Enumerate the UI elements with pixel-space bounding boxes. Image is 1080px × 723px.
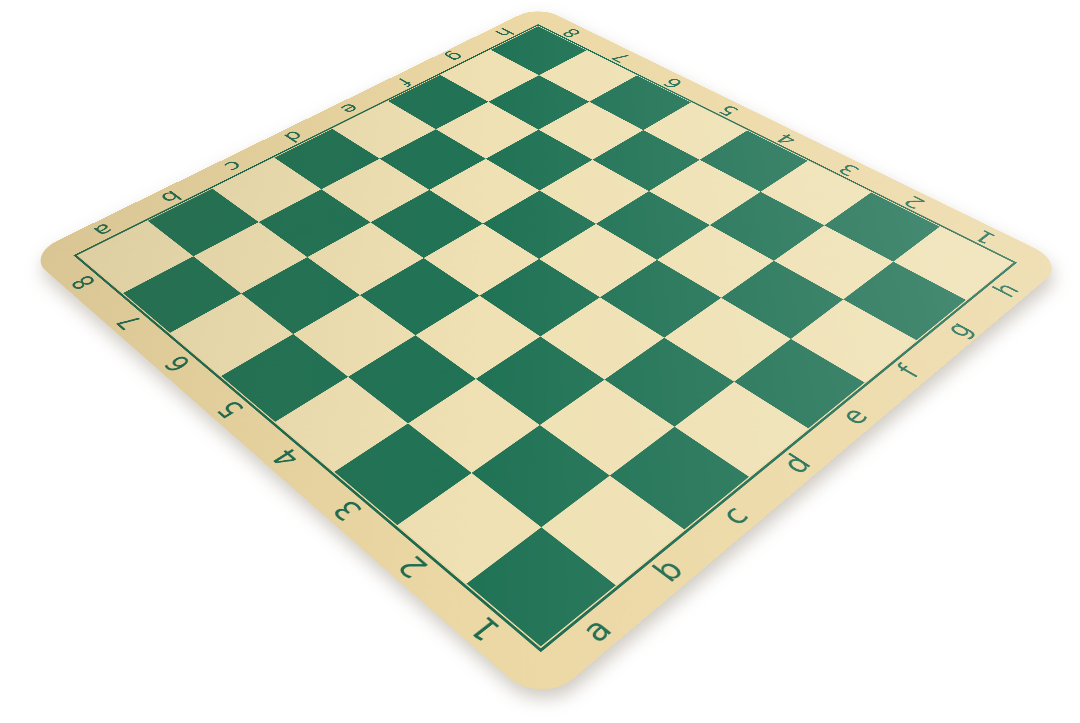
- chess-board-grid: [78, 26, 1011, 646]
- product-photo-canvas: aabbccddeeffgghh8877665544332211: [0, 0, 1080, 723]
- chess-mat: aabbccddeeffgghh8877665544332211: [28, 6, 1065, 706]
